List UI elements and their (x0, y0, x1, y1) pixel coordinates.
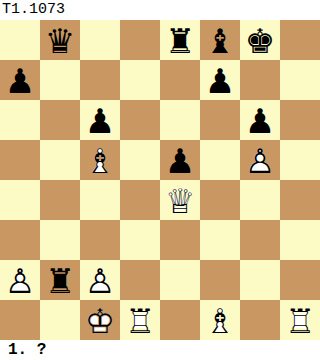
square-c3[interactable] (80, 220, 120, 260)
square-c6[interactable]: ♟ (80, 100, 120, 140)
square-f7[interactable]: ♟ (200, 60, 240, 100)
square-h8[interactable] (280, 20, 320, 60)
square-e1[interactable] (160, 300, 200, 340)
square-b8[interactable]: ♛ (40, 20, 80, 60)
square-g5[interactable]: ♟♙ (240, 140, 280, 180)
square-g4[interactable] (240, 180, 280, 220)
chess-board: ♛♜♝♚♟♟♟♟♝♗♟♟♙♛♕♟♙♜♟♙♚♔♜♖♝♗♜♖ (0, 20, 320, 340)
square-h1[interactable]: ♜♖ (280, 300, 320, 340)
square-b1[interactable] (40, 300, 80, 340)
square-e7[interactable] (160, 60, 200, 100)
square-c5[interactable]: ♝♗ (80, 140, 120, 180)
square-f3[interactable] (200, 220, 240, 260)
square-c4[interactable] (80, 180, 120, 220)
piece-white-bishop: ♗ (80, 140, 120, 180)
piece-white-pawn: ♙ (80, 260, 120, 300)
square-d6[interactable] (120, 100, 160, 140)
square-c2[interactable]: ♟♙ (80, 260, 120, 300)
piece-black-rook: ♜ (40, 260, 80, 300)
square-f4[interactable] (200, 180, 240, 220)
square-a4[interactable] (0, 180, 40, 220)
square-e6[interactable] (160, 100, 200, 140)
piece-white-rook: ♖ (120, 300, 160, 340)
square-g7[interactable] (240, 60, 280, 100)
piece-black-pawn: ♟ (160, 140, 200, 180)
square-f2[interactable] (200, 260, 240, 300)
square-a5[interactable] (0, 140, 40, 180)
square-c7[interactable] (80, 60, 120, 100)
square-g1[interactable] (240, 300, 280, 340)
piece-white-bishop-fill: ♝ (80, 140, 120, 180)
square-b4[interactable] (40, 180, 80, 220)
square-b6[interactable] (40, 100, 80, 140)
square-e3[interactable] (160, 220, 200, 260)
move-prompt: 1. ? (0, 340, 320, 360)
square-f8[interactable]: ♝ (200, 20, 240, 60)
piece-white-rook: ♖ (280, 300, 320, 340)
square-b7[interactable] (40, 60, 80, 100)
square-a7[interactable]: ♟ (0, 60, 40, 100)
piece-white-pawn: ♙ (0, 260, 40, 300)
square-h7[interactable] (280, 60, 320, 100)
piece-white-king-fill: ♚ (80, 300, 120, 340)
square-c1[interactable]: ♚♔ (80, 300, 120, 340)
square-d2[interactable] (120, 260, 160, 300)
square-b3[interactable] (40, 220, 80, 260)
square-e5[interactable]: ♟ (160, 140, 200, 180)
square-a1[interactable] (0, 300, 40, 340)
piece-white-rook-fill: ♜ (280, 300, 320, 340)
square-d7[interactable] (120, 60, 160, 100)
square-f6[interactable] (200, 100, 240, 140)
square-f5[interactable] (200, 140, 240, 180)
piece-black-bishop: ♝ (200, 20, 240, 60)
square-h2[interactable] (280, 260, 320, 300)
piece-white-king: ♔ (80, 300, 120, 340)
square-a2[interactable]: ♟♙ (0, 260, 40, 300)
square-g6[interactable]: ♟ (240, 100, 280, 140)
square-h4[interactable] (280, 180, 320, 220)
piece-white-rook-fill: ♜ (120, 300, 160, 340)
square-f1[interactable]: ♝♗ (200, 300, 240, 340)
square-d8[interactable] (120, 20, 160, 60)
piece-black-pawn: ♟ (240, 100, 280, 140)
piece-white-bishop: ♗ (200, 300, 240, 340)
piece-black-pawn: ♟ (80, 100, 120, 140)
square-g8[interactable]: ♚ (240, 20, 280, 60)
square-h5[interactable] (280, 140, 320, 180)
puzzle-title: T1.1073 (0, 0, 320, 20)
square-h6[interactable] (280, 100, 320, 140)
square-b2[interactable]: ♜ (40, 260, 80, 300)
square-a3[interactable] (0, 220, 40, 260)
piece-white-queen-fill: ♛ (160, 180, 200, 220)
square-b5[interactable] (40, 140, 80, 180)
square-a6[interactable] (0, 100, 40, 140)
piece-white-bishop-fill: ♝ (200, 300, 240, 340)
piece-white-pawn: ♙ (240, 140, 280, 180)
square-g3[interactable] (240, 220, 280, 260)
piece-black-pawn: ♟ (0, 60, 40, 100)
piece-black-rook: ♜ (160, 20, 200, 60)
square-e2[interactable] (160, 260, 200, 300)
piece-white-pawn-fill: ♟ (0, 260, 40, 300)
square-g2[interactable] (240, 260, 280, 300)
piece-white-pawn-fill: ♟ (80, 260, 120, 300)
piece-black-king: ♚ (240, 20, 280, 60)
piece-white-pawn-fill: ♟ (240, 140, 280, 180)
square-e8[interactable]: ♜ (160, 20, 200, 60)
square-d1[interactable]: ♜♖ (120, 300, 160, 340)
square-d3[interactable] (120, 220, 160, 260)
piece-white-queen: ♕ (160, 180, 200, 220)
piece-black-queen: ♛ (40, 20, 80, 60)
square-d4[interactable] (120, 180, 160, 220)
piece-black-pawn: ♟ (200, 60, 240, 100)
square-e4[interactable]: ♛♕ (160, 180, 200, 220)
square-d5[interactable] (120, 140, 160, 180)
square-a8[interactable] (0, 20, 40, 60)
square-c8[interactable] (80, 20, 120, 60)
square-h3[interactable] (280, 220, 320, 260)
